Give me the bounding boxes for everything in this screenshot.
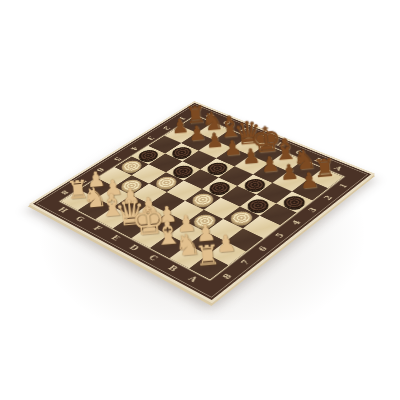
square-a2[interactable]: ♟ [292, 180, 328, 200]
dark-pawn-e2[interactable]: ♟ [223, 138, 243, 160]
light-rook-a8[interactable]: ♜ [194, 241, 221, 271]
dark-pawn-c2[interactable]: ♟ [260, 153, 280, 175]
square-e5[interactable] [167, 181, 202, 201]
dark-pawn-a2[interactable]: ♟ [299, 170, 320, 193]
dark-checker-b4[interactable] [244, 197, 273, 214]
dark-pawn-d2[interactable]: ♟ [241, 145, 261, 167]
product-photo-stage: HGFEDCBA HGFEDCBA 12345678 12345678 ♜♞♝♛… [0, 0, 400, 400]
dark-pawn-f2[interactable]: ♟ [205, 130, 225, 151]
dark-pawn-g2[interactable]: ♟ [187, 123, 206, 144]
dark-pawn-b2[interactable]: ♟ [279, 161, 300, 184]
